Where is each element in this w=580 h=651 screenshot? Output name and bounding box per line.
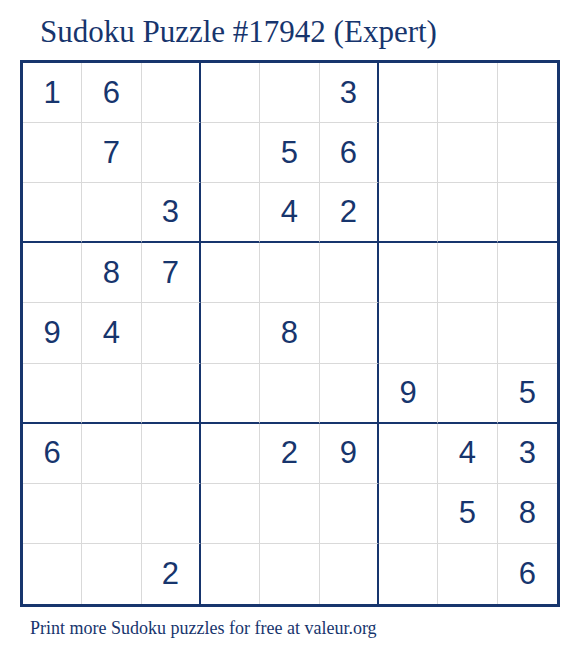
sudoku-cell[interactable] bbox=[201, 183, 260, 243]
sudoku-cell[interactable]: 5 bbox=[498, 364, 557, 424]
sudoku-cell[interactable] bbox=[201, 424, 260, 484]
sudoku-cell[interactable] bbox=[82, 364, 141, 424]
sudoku-cell[interactable] bbox=[23, 364, 82, 424]
sudoku-cell[interactable] bbox=[201, 484, 260, 544]
sudoku-cell[interactable]: 1 bbox=[23, 63, 82, 123]
sudoku-cell[interactable] bbox=[23, 243, 82, 303]
sudoku-cell[interactable]: 8 bbox=[498, 484, 557, 544]
sudoku-cell[interactable] bbox=[379, 63, 438, 123]
sudoku-cell[interactable] bbox=[438, 544, 497, 604]
sudoku-cell[interactable] bbox=[438, 364, 497, 424]
sudoku-cell[interactable] bbox=[498, 243, 557, 303]
sudoku-cell[interactable] bbox=[320, 544, 379, 604]
sudoku-cell[interactable] bbox=[142, 303, 201, 363]
sudoku-cell[interactable] bbox=[320, 243, 379, 303]
sudoku-cell[interactable] bbox=[260, 544, 319, 604]
sudoku-cell[interactable]: 9 bbox=[379, 364, 438, 424]
sudoku-cell[interactable] bbox=[23, 544, 82, 604]
sudoku-cell[interactable]: 6 bbox=[82, 63, 141, 123]
footer-credit: Print more Sudoku puzzles for free at va… bbox=[30, 618, 377, 639]
sudoku-cell[interactable]: 8 bbox=[82, 243, 141, 303]
sudoku-cell[interactable]: 7 bbox=[142, 243, 201, 303]
sudoku-board: 1637563428794895629435826 bbox=[20, 60, 560, 607]
sudoku-cell[interactable] bbox=[320, 303, 379, 363]
sudoku-cell[interactable]: 2 bbox=[260, 424, 319, 484]
sudoku-cell[interactable] bbox=[23, 484, 82, 544]
sudoku-cell[interactable] bbox=[320, 484, 379, 544]
sudoku-cell[interactable] bbox=[438, 63, 497, 123]
sudoku-cell[interactable] bbox=[379, 544, 438, 604]
sudoku-cell[interactable]: 9 bbox=[320, 424, 379, 484]
sudoku-cell[interactable]: 7 bbox=[82, 123, 141, 183]
sudoku-cell[interactable] bbox=[142, 123, 201, 183]
sudoku-cell[interactable] bbox=[379, 484, 438, 544]
sudoku-cell[interactable] bbox=[260, 484, 319, 544]
sudoku-cell[interactable] bbox=[260, 63, 319, 123]
sudoku-cell[interactable] bbox=[201, 544, 260, 604]
sudoku-cell[interactable]: 5 bbox=[438, 484, 497, 544]
sudoku-cell[interactable] bbox=[438, 303, 497, 363]
sudoku-cell[interactable]: 6 bbox=[498, 544, 557, 604]
sudoku-cell[interactable]: 4 bbox=[260, 183, 319, 243]
sudoku-cell[interactable] bbox=[82, 424, 141, 484]
sudoku-cell[interactable] bbox=[201, 303, 260, 363]
sudoku-cell[interactable] bbox=[260, 364, 319, 424]
sudoku-cell[interactable] bbox=[438, 123, 497, 183]
sudoku-cell[interactable]: 3 bbox=[142, 183, 201, 243]
sudoku-cell[interactable] bbox=[379, 243, 438, 303]
sudoku-cell[interactable] bbox=[142, 484, 201, 544]
sudoku-cell[interactable] bbox=[201, 243, 260, 303]
sudoku-cell[interactable] bbox=[320, 364, 379, 424]
sudoku-cell[interactable]: 5 bbox=[260, 123, 319, 183]
sudoku-cell[interactable] bbox=[498, 123, 557, 183]
sudoku-cell[interactable] bbox=[201, 123, 260, 183]
sudoku-page: Sudoku Puzzle #17942 (Expert) 1637563428… bbox=[0, 0, 580, 651]
sudoku-cell[interactable]: 6 bbox=[23, 424, 82, 484]
sudoku-cell[interactable] bbox=[498, 183, 557, 243]
sudoku-cell[interactable] bbox=[438, 243, 497, 303]
sudoku-cell[interactable] bbox=[379, 183, 438, 243]
sudoku-cell[interactable]: 6 bbox=[320, 123, 379, 183]
sudoku-cell[interactable] bbox=[379, 123, 438, 183]
sudoku-cell[interactable]: 3 bbox=[498, 424, 557, 484]
sudoku-cell[interactable] bbox=[498, 63, 557, 123]
sudoku-cell[interactable] bbox=[142, 364, 201, 424]
sudoku-cell[interactable] bbox=[438, 183, 497, 243]
page-title: Sudoku Puzzle #17942 (Expert) bbox=[40, 14, 437, 50]
sudoku-cell[interactable] bbox=[82, 544, 141, 604]
sudoku-cell[interactable] bbox=[82, 484, 141, 544]
sudoku-cell[interactable]: 2 bbox=[320, 183, 379, 243]
sudoku-cell[interactable]: 8 bbox=[260, 303, 319, 363]
sudoku-cell[interactable] bbox=[379, 303, 438, 363]
sudoku-cell[interactable] bbox=[82, 183, 141, 243]
sudoku-cell[interactable]: 2 bbox=[142, 544, 201, 604]
sudoku-cell[interactable] bbox=[142, 424, 201, 484]
sudoku-cell[interactable] bbox=[23, 123, 82, 183]
sudoku-cell[interactable]: 3 bbox=[320, 63, 379, 123]
sudoku-cell[interactable] bbox=[201, 364, 260, 424]
sudoku-cell[interactable]: 4 bbox=[82, 303, 141, 363]
sudoku-cell[interactable] bbox=[379, 424, 438, 484]
sudoku-cell[interactable]: 9 bbox=[23, 303, 82, 363]
sudoku-cell[interactable]: 4 bbox=[438, 424, 497, 484]
sudoku-cell[interactable] bbox=[498, 303, 557, 363]
sudoku-cell[interactable] bbox=[23, 183, 82, 243]
sudoku-cell[interactable] bbox=[142, 63, 201, 123]
sudoku-cell[interactable] bbox=[260, 243, 319, 303]
sudoku-cell[interactable] bbox=[201, 63, 260, 123]
